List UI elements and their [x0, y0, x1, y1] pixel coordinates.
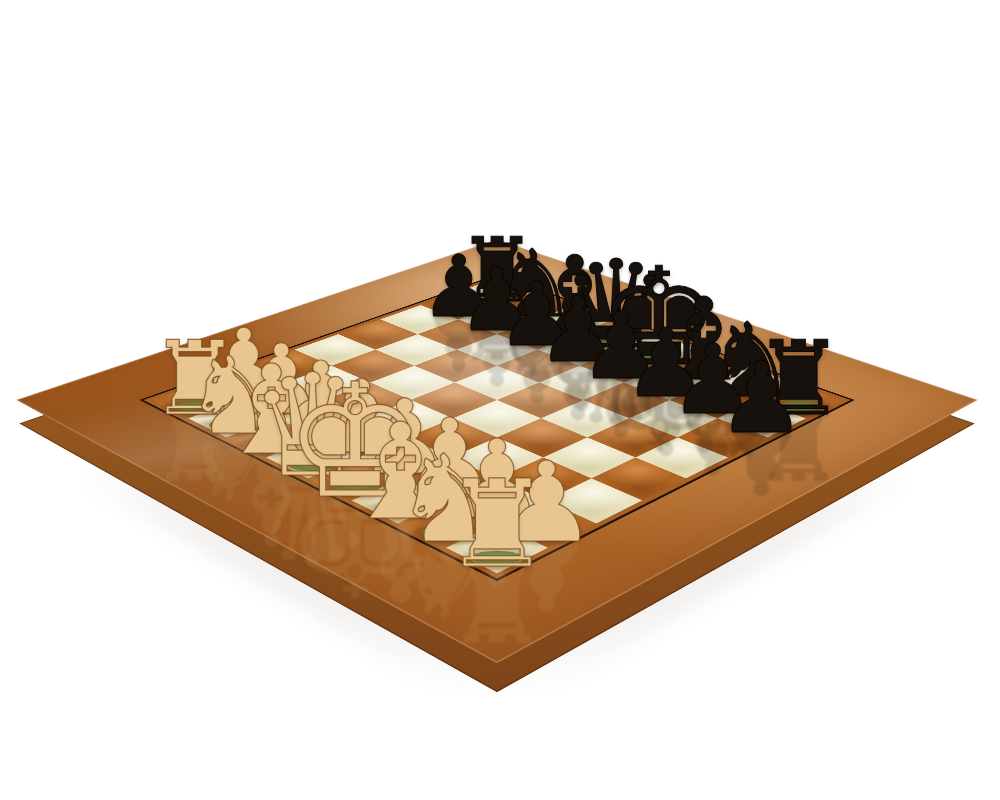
chess-set-photo: ♜♞♝♛♚♝♞♜♟♟♟♟♟♟♟♟♟♟♟♟♟♟♟♟♜♞♝♛♚♝♞♜ ♜♞♝♛♚♝♞… [0, 0, 1000, 800]
pieces-layer: ♜♞♝♛♚♝♞♜♟♟♟♟♟♟♟♟♟♟♟♟♟♟♟♟♜♞♝♛♚♝♞♜ [0, 0, 1000, 800]
piece-black-P-h7[interactable]: ♟ [717, 349, 805, 448]
piece-white-R-h1[interactable]: ♜ [443, 464, 551, 585]
